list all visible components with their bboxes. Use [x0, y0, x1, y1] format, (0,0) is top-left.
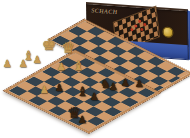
chess-piece-dark-pawn: ♟ [55, 83, 64, 93]
chess-piece-dark-pawn: ♟ [78, 115, 87, 125]
chess-piece-dark-pawn: ♟ [90, 92, 99, 102]
chess-piece-light-pawn: ♟ [3, 59, 12, 69]
product-photo: SCHACH ♟♟♝♟♚♛♟♝♟♟♝♟♞♟♟♟♛♟ [0, 0, 190, 138]
chess-piece-light-queen: ♛ [62, 41, 75, 56]
pieces-layer: ♟♟♝♟♚♛♟♝♟♟♝♟♞♟♟♟♛♟ [0, 0, 190, 138]
chess-piece-dark-bishop: ♝ [77, 85, 89, 98]
chess-piece-dark-pawn: ♟ [135, 79, 144, 89]
chess-piece-light-bishop: ♝ [73, 59, 85, 72]
chess-piece-dark-pawn: ♟ [121, 78, 130, 88]
chess-piece-light-pawn: ♟ [57, 62, 66, 72]
chess-piece-light-pawn: ♟ [33, 55, 42, 65]
chess-piece-light-pawn: ♟ [40, 85, 49, 95]
chess-piece-light-king: ♚ [42, 37, 56, 53]
chess-piece-dark-pawn: ♟ [109, 82, 118, 92]
